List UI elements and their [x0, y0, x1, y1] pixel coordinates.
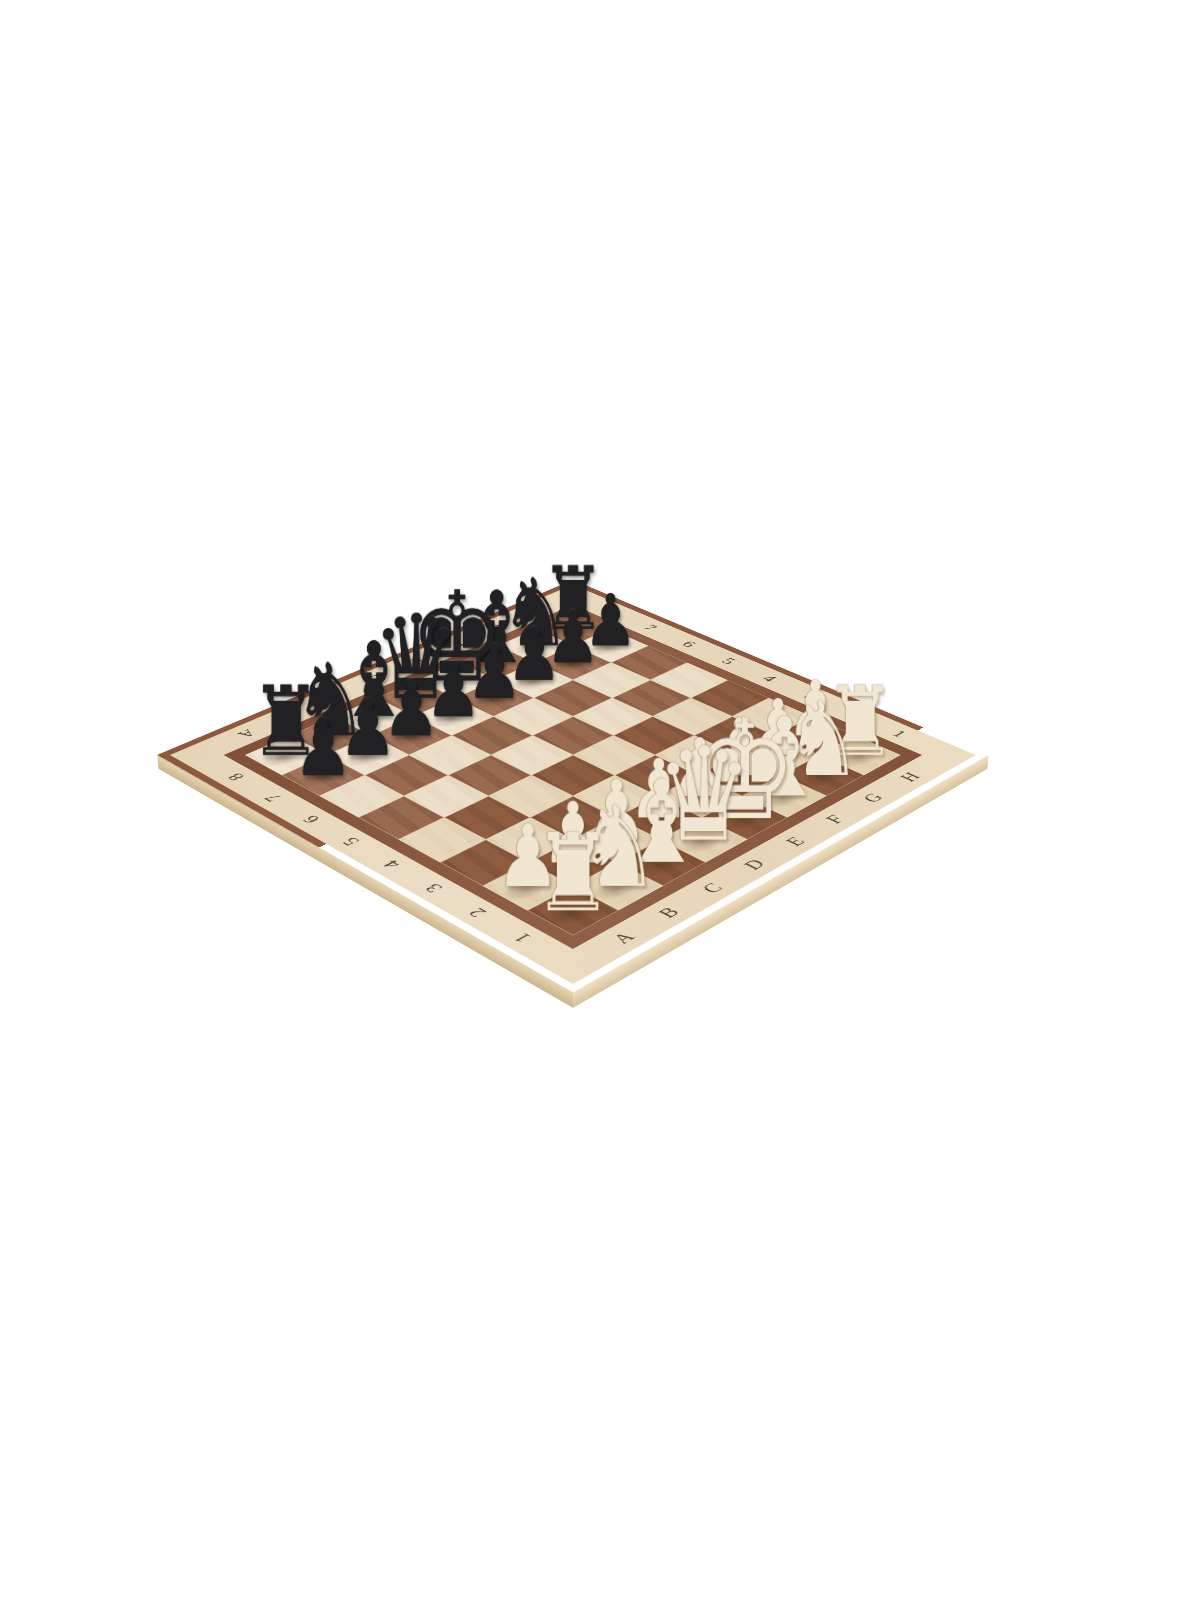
rank-label-left-6: 6: [299, 813, 324, 825]
file-label-near-h: H: [896, 770, 924, 783]
board-top-surface: AABBCCDDEEFFGGHH1122334455667788 ♜♞♝♛♚♝♞…: [157, 580, 989, 993]
rank-label-left-7: 7: [261, 792, 286, 804]
file-label-near-f: F: [822, 813, 848, 826]
rank-label-left-5: 5: [338, 835, 364, 848]
rank-label-left-1: 1: [509, 931, 536, 946]
rank-label-left-2: 2: [464, 906, 490, 920]
file-label-near-b: B: [654, 905, 683, 921]
product-photo-scene: AABBCCDDEEFFGGHH1122334455667788 ♜♞♝♛♚♝♞…: [0, 0, 1200, 1600]
file-label-near-g: G: [859, 791, 887, 805]
rank-label-right-6: 6: [678, 639, 699, 649]
file-label-near-a: A: [608, 930, 639, 947]
chessboard: AABBCCDDEEFFGGHH1122334455667788 ♜♞♝♛♚♝♞…: [157, 580, 989, 993]
piece-glyph: ♟: [293, 708, 353, 787]
file-label-near-e: E: [782, 835, 809, 849]
file-label-near-c: C: [698, 881, 727, 896]
rank-label-left-3: 3: [421, 881, 447, 895]
rank-label-left-4: 4: [379, 858, 405, 871]
rank-label-right-7: 7: [640, 623, 661, 632]
rank-label-right-5: 5: [718, 656, 739, 666]
rank-label-left-8: 8: [224, 771, 249, 783]
piece-glyph: ♜: [533, 820, 614, 927]
file-label-near-d: D: [740, 857, 769, 872]
